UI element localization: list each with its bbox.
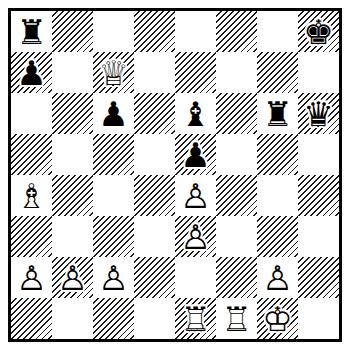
square-d6[interactable] — [134, 93, 175, 134]
square-a3[interactable] — [11, 216, 52, 257]
piece-white-pawn-e3[interactable]: ♟♙ — [175, 216, 216, 257]
square-g7[interactable] — [257, 52, 298, 93]
piece-black-bishop-e6[interactable]: ♝♝ — [175, 93, 216, 134]
square-f6[interactable] — [216, 93, 257, 134]
square-b1[interactable] — [52, 298, 93, 339]
black-queen-icon: ♛ — [298, 93, 339, 134]
piece-black-pawn-a7[interactable]: ♟♟ — [11, 52, 52, 93]
square-d1[interactable] — [134, 298, 175, 339]
square-e5[interactable]: ♟♟ — [175, 134, 216, 175]
piece-white-queen-c7[interactable]: ♛♕ — [93, 52, 134, 93]
square-c5[interactable] — [93, 134, 134, 175]
square-f3[interactable] — [216, 216, 257, 257]
square-e3[interactable]: ♟♙ — [175, 216, 216, 257]
piece-white-bishop-a4[interactable]: ♝♗ — [11, 175, 52, 216]
square-c7[interactable]: ♛♕ — [93, 52, 134, 93]
black-rook-icon: ♜ — [257, 93, 298, 134]
square-e6[interactable]: ♝♝ — [175, 93, 216, 134]
square-b8[interactable] — [52, 11, 93, 52]
white-king-icon: ♔ — [257, 298, 298, 339]
white-pawn-icon: ♙ — [11, 257, 52, 298]
piece-black-queen-h6[interactable]: ♛♛ — [298, 93, 339, 134]
piece-white-rook-f1[interactable]: ♜♖ — [216, 298, 257, 339]
white-pawn-icon: ♙ — [52, 257, 93, 298]
black-king-icon: ♚ — [298, 11, 339, 52]
square-h7[interactable] — [298, 52, 339, 93]
square-b2[interactable]: ♟♙ — [52, 257, 93, 298]
white-pawn-icon: ♙ — [175, 175, 216, 216]
square-d5[interactable] — [134, 134, 175, 175]
black-pawn-icon: ♟ — [175, 134, 216, 175]
piece-white-pawn-a2[interactable]: ♟♙ — [11, 257, 52, 298]
piece-black-rook-g6[interactable]: ♜♜ — [257, 93, 298, 134]
square-g8[interactable] — [257, 11, 298, 52]
square-g1[interactable]: ♚♔ — [257, 298, 298, 339]
square-a2[interactable]: ♟♙ — [11, 257, 52, 298]
square-h2[interactable] — [298, 257, 339, 298]
white-bishop-icon: ♗ — [11, 175, 52, 216]
square-h6[interactable]: ♛♛ — [298, 93, 339, 134]
piece-black-king-h8[interactable]: ♚♚ — [298, 11, 339, 52]
square-e2[interactable] — [175, 257, 216, 298]
piece-white-pawn-b2[interactable]: ♟♙ — [52, 257, 93, 298]
white-pawn-icon: ♙ — [257, 257, 298, 298]
square-e1[interactable]: ♜♖ — [175, 298, 216, 339]
square-a7[interactable]: ♟♟ — [11, 52, 52, 93]
square-c2[interactable]: ♟♙ — [93, 257, 134, 298]
square-e4[interactable]: ♟♙ — [175, 175, 216, 216]
square-d2[interactable] — [134, 257, 175, 298]
square-c3[interactable] — [93, 216, 134, 257]
white-pawn-icon: ♙ — [93, 257, 134, 298]
square-b3[interactable] — [52, 216, 93, 257]
page-background: ♜♜♚♚♟♟♛♕♟♟♝♝♜♜♛♛♟♟♝♗♟♙♟♙♟♙♟♙♟♙♟♙♜♖♜♖♚♔ — [0, 0, 350, 350]
square-c6[interactable]: ♟♟ — [93, 93, 134, 134]
square-d7[interactable] — [134, 52, 175, 93]
piece-white-pawn-e4[interactable]: ♟♙ — [175, 175, 216, 216]
square-g6[interactable]: ♜♜ — [257, 93, 298, 134]
square-c1[interactable] — [93, 298, 134, 339]
square-f8[interactable] — [216, 11, 257, 52]
square-a6[interactable] — [11, 93, 52, 134]
square-a4[interactable]: ♝♗ — [11, 175, 52, 216]
square-g2[interactable]: ♟♙ — [257, 257, 298, 298]
square-d4[interactable] — [134, 175, 175, 216]
black-pawn-icon: ♟ — [11, 52, 52, 93]
square-h4[interactable] — [298, 175, 339, 216]
square-d8[interactable] — [134, 11, 175, 52]
square-b7[interactable] — [52, 52, 93, 93]
square-b4[interactable] — [52, 175, 93, 216]
square-e8[interactable] — [175, 11, 216, 52]
square-c4[interactable] — [93, 175, 134, 216]
square-f4[interactable] — [216, 175, 257, 216]
black-rook-icon: ♜ — [11, 11, 52, 52]
chess-board: ♜♜♚♚♟♟♛♕♟♟♝♝♜♜♛♛♟♟♝♗♟♙♟♙♟♙♟♙♟♙♟♙♜♖♜♖♚♔ — [8, 8, 342, 342]
square-d3[interactable] — [134, 216, 175, 257]
square-g4[interactable] — [257, 175, 298, 216]
square-b6[interactable] — [52, 93, 93, 134]
white-queen-icon: ♕ — [93, 52, 134, 93]
square-b5[interactable] — [52, 134, 93, 175]
piece-white-pawn-g2[interactable]: ♟♙ — [257, 257, 298, 298]
square-h5[interactable] — [298, 134, 339, 175]
black-pawn-icon: ♟ — [93, 93, 134, 134]
piece-black-rook-a8[interactable]: ♜♜ — [11, 11, 52, 52]
square-h1[interactable] — [298, 298, 339, 339]
piece-black-pawn-e5[interactable]: ♟♟ — [175, 134, 216, 175]
piece-black-pawn-c6[interactable]: ♟♟ — [93, 93, 134, 134]
square-a8[interactable]: ♜♜ — [11, 11, 52, 52]
piece-white-pawn-c2[interactable]: ♟♙ — [93, 257, 134, 298]
square-c8[interactable] — [93, 11, 134, 52]
square-a1[interactable] — [11, 298, 52, 339]
piece-white-king-g1[interactable]: ♚♔ — [257, 298, 298, 339]
white-rook-icon: ♖ — [175, 298, 216, 339]
square-e7[interactable] — [175, 52, 216, 93]
piece-white-rook-e1[interactable]: ♜♖ — [175, 298, 216, 339]
square-f2[interactable] — [216, 257, 257, 298]
square-g3[interactable] — [257, 216, 298, 257]
square-f5[interactable] — [216, 134, 257, 175]
square-f1[interactable]: ♜♖ — [216, 298, 257, 339]
black-bishop-icon: ♝ — [175, 93, 216, 134]
white-pawn-icon: ♙ — [175, 216, 216, 257]
square-h3[interactable] — [298, 216, 339, 257]
white-rook-icon: ♖ — [216, 298, 257, 339]
square-f7[interactable] — [216, 52, 257, 93]
square-a5[interactable] — [11, 134, 52, 175]
square-g5[interactable] — [257, 134, 298, 175]
square-h8[interactable]: ♚♚ — [298, 11, 339, 52]
